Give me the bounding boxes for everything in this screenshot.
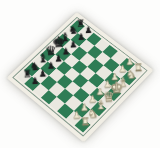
board-grid: ♜♞♝♛♚♝♞♜♟♟♟♟♟♟♟♟♟♟♟♟♟♟♟♟♜♞♝♛♚♝♞♜ — [16, 20, 143, 132]
board-scene: ♜♞♝♛♚♝♞♜♟♟♟♟♟♟♟♟♟♟♟♟♟♟♟♟♜♞♝♛♚♝♞♜ — [0, 0, 160, 148]
piece-black-pawn[interactable]: ♟ — [29, 77, 41, 87]
piece-white-rook[interactable]: ♜ — [79, 117, 91, 128]
chess-board: ♜♞♝♛♚♝♞♜♟♟♟♟♟♟♟♟♟♟♟♟♟♟♟♟♜♞♝♛♚♝♞♜ — [7, 12, 154, 142]
product-photo-backdrop: ♜♞♝♛♚♝♞♜♟♟♟♟♟♟♟♟♟♟♟♟♟♟♟♟♜♞♝♛♚♝♞♜ — [0, 0, 160, 148]
